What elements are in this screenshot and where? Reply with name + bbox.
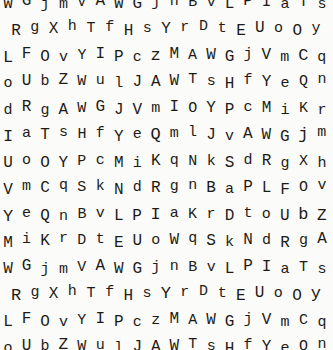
grid-letter: A	[151, 339, 161, 350]
grid-letter: g	[30, 285, 40, 300]
grid-letter: Y	[77, 313, 87, 328]
grid-letter: o	[261, 207, 271, 222]
grid-letter: Y	[3, 207, 13, 224]
grid-letter: j	[151, 260, 161, 275]
grid-letter: T	[86, 21, 96, 36]
grid-letter: M	[169, 311, 179, 327]
grid-letter: q	[188, 231, 198, 246]
grid-letter: A	[151, 74, 161, 90]
grid-letter: s	[317, 0, 327, 12]
grid-letter: h	[67, 19, 77, 34]
grid-letter: o	[21, 153, 31, 168]
grid-row-7: VmCqSkNdRgnBaPLFOv	[0, 175, 333, 202]
grid-letter: P	[114, 314, 124, 330]
grid-letter: D	[199, 19, 209, 34]
grid-letter: I	[3, 128, 13, 145]
grid-letter: A	[95, 0, 105, 9]
grid-letter: r	[206, 207, 216, 222]
letter-grid: WGjmVAWGjnBvLPIaTsRgXhTfHsYrDtEUoOyLFOvY…	[0, 0, 333, 350]
grid-letter: e	[280, 76, 290, 91]
grid-letter: i	[21, 232, 31, 247]
grid-letter: a	[22, 126, 32, 141]
grid-letter: m	[169, 126, 179, 141]
grid-letter: W	[169, 338, 179, 350]
grid-letter: e	[22, 206, 32, 221]
grid-letter: R	[151, 180, 161, 196]
grid-letter: Y	[77, 48, 87, 63]
grid-letter: I	[95, 311, 105, 327]
grid-letter: u	[95, 338, 105, 350]
grid-row-9: MiKrDtEUoWqSkNdRgA	[0, 228, 333, 255]
grid-letter: n	[169, 0, 179, 9]
grid-letter: K	[188, 207, 198, 222]
grid-letter: D	[77, 233, 87, 248]
grid-letter: o	[3, 76, 13, 91]
grid-letter: s	[142, 286, 152, 301]
grid-letter: I	[169, 99, 179, 115]
grid-letter: q	[58, 178, 68, 193]
grid-letter: o	[273, 286, 283, 301]
grid-letter: A	[95, 258, 105, 274]
grid-letter: M	[114, 155, 124, 171]
grid-letter: W	[3, 261, 13, 277]
grid-letter: Z	[58, 337, 68, 350]
grid-row-8: YeQnBvLPIaKrDtoUbZ	[0, 201, 333, 228]
grid-letter: M	[169, 46, 179, 62]
grid-letter: P	[243, 179, 253, 195]
grid-row-13: oUbZWulJAWTsHfYeQn	[0, 334, 333, 350]
grid-letter: Q	[299, 339, 309, 350]
grid-letter: T	[299, 0, 309, 10]
grid-letter: P	[225, 102, 235, 118]
grid-letter: G	[21, 258, 31, 274]
grid-letter: X	[49, 21, 59, 37]
grid-letter: l	[188, 125, 198, 140]
grid-letter: I	[262, 0, 272, 10]
grid-letter: o	[274, 21, 284, 36]
grid-letter: t	[95, 232, 105, 247]
grid-letter: b	[298, 206, 308, 223]
grid-letter: N	[188, 154, 198, 169]
grid-letter: G	[132, 0, 142, 12]
grid-letter: R	[280, 234, 290, 250]
grid-letter: r	[58, 231, 68, 246]
grid-letter: W	[206, 312, 216, 328]
grid-letter: E	[236, 287, 246, 303]
grid-row-5: IaTsHfYeQmlJvAWGjm	[0, 122, 333, 149]
grid-letter: q	[317, 315, 327, 330]
grid-letter: c	[95, 153, 105, 168]
grid-letter: E	[236, 22, 246, 38]
grid-letter: d	[243, 153, 253, 168]
grid-letter: A	[188, 48, 198, 63]
grid-letter: e	[280, 341, 290, 350]
grid-letter: O	[292, 287, 302, 303]
grid-letter: d	[262, 233, 272, 248]
grid-letter: Y	[58, 155, 68, 171]
grid-letter: v	[206, 260, 216, 275]
grid-letter: f	[105, 20, 115, 35]
grid-letter: W	[77, 339, 87, 350]
grid-letter: n	[188, 178, 198, 193]
grid-letter: z	[151, 313, 161, 328]
grid-letter: m	[151, 101, 161, 116]
grid-letter: h	[317, 156, 327, 171]
grid-letter: r	[180, 20, 190, 35]
grid-letter: c	[243, 100, 253, 115]
grid-letter: S	[225, 155, 235, 171]
grid-letter: W	[114, 261, 124, 277]
grid-letter: g	[280, 155, 290, 170]
grid-letter: q	[169, 153, 179, 168]
grid-letter: V	[261, 47, 271, 63]
grid-letter: I	[262, 259, 272, 275]
grid-letter: G	[280, 128, 290, 144]
grid-letter: b	[40, 339, 50, 350]
grid-letter: W	[114, 0, 124, 12]
grid-letter: B	[77, 207, 87, 222]
grid-letter: y	[311, 285, 321, 302]
grid-letter: G	[132, 261, 142, 277]
grid-letter: L	[225, 0, 235, 12]
grid-letter: T	[86, 286, 96, 301]
grid-letter: a	[225, 182, 235, 197]
grid-letter: k	[225, 235, 235, 250]
grid-letter: z	[151, 47, 161, 64]
grid-letter: I	[151, 206, 161, 223]
grid-letter: L	[225, 261, 235, 277]
grid-letter: L	[262, 180, 272, 196]
grid-letter: j	[151, 0, 161, 10]
grid-letter: j	[298, 126, 308, 143]
grid-letter: h	[67, 284, 77, 299]
grid-letter: C	[299, 313, 309, 328]
grid-letter: M	[3, 234, 13, 250]
grid-row-6: UoOYPcMiKqNkSdRgXh	[0, 148, 333, 175]
grid-letter: U	[21, 338, 31, 350]
grid-letter: R	[11, 22, 21, 38]
grid-letter: v	[58, 314, 68, 329]
grid-letter: S	[77, 180, 87, 195]
grid-letter: Q	[299, 74, 309, 89]
grid-letter: W	[77, 74, 87, 89]
grid-letter: O	[40, 49, 50, 65]
grid-letter: m	[58, 0, 68, 11]
grid-letter: K	[40, 233, 50, 249]
grid-row-4: dRgAWGJVmIOYPcMiKr	[0, 95, 333, 122]
grid-letter: H	[225, 340, 235, 350]
grid-letter: l	[114, 76, 124, 91]
grid-letter: m	[317, 125, 327, 140]
grid-letter: L	[3, 48, 13, 65]
grid-letter: m	[21, 179, 31, 194]
grid-letter: g	[299, 233, 309, 248]
grid-letter: k	[206, 154, 216, 169]
grid-letter: g	[40, 103, 50, 118]
grid-letter: o	[151, 233, 161, 248]
grid-letter: N	[243, 232, 253, 248]
grid-letter: b	[40, 74, 50, 89]
grid-letter: W	[206, 47, 216, 63]
grid-letter: Y	[161, 285, 171, 302]
grid-letter: j	[243, 312, 253, 327]
grid-row-1: RgXhTfHsYrDtEUoOy	[0, 16, 333, 43]
grid-letter: G	[95, 99, 105, 115]
grid-letter: D	[198, 284, 208, 299]
grid-letter: Y	[262, 74, 272, 90]
grid-letter: K	[299, 101, 309, 116]
grid-letter: n	[169, 259, 179, 274]
grid-letter: K	[151, 153, 161, 169]
grid-letter: G	[225, 314, 235, 330]
grid-letter: Y	[262, 339, 272, 350]
grid-letter: Q	[151, 126, 161, 143]
grid-letter: B	[188, 0, 198, 10]
grid-row-2: LFOvYIPczMAWGjVmCq	[0, 42, 333, 69]
grid-letter: D	[224, 208, 234, 224]
grid-letter: f	[105, 285, 115, 300]
grid-letter: s	[58, 125, 68, 140]
grid-letter: P	[243, 258, 253, 274]
grid-letter: v	[206, 0, 216, 10]
grid-letter: O	[40, 314, 50, 330]
grid-letter: V	[77, 260, 87, 275]
grid-letter: P	[77, 154, 87, 169]
grid-letter: F	[280, 181, 290, 197]
grid-letter: A	[58, 102, 68, 118]
grid-letter: O	[188, 101, 198, 116]
grid-letter: W	[261, 127, 271, 143]
grid-letter: v	[95, 206, 105, 221]
grid-letter: c	[132, 315, 142, 330]
grid-letter: H	[124, 22, 134, 38]
grid-letter: P	[243, 0, 253, 9]
grid-letter: X	[49, 286, 59, 302]
grid-letter: Y	[206, 100, 216, 116]
grid-row-11: RgXhTfHsYrDtEUoOy	[0, 281, 333, 308]
grid-letter: H	[123, 287, 133, 303]
grid-letter: Z	[317, 208, 327, 224]
grid-letter: u	[95, 73, 105, 88]
grid-letter: W	[169, 73, 179, 89]
grid-letter: s	[317, 262, 327, 277]
grid-letter: i	[132, 156, 142, 171]
grid-letter: E	[114, 234, 124, 250]
grid-letter: m	[58, 261, 68, 276]
grid-letter: f	[243, 73, 253, 88]
grid-letter: P	[114, 49, 124, 65]
grid-letter: n	[317, 72, 327, 87]
grid-letter: X	[299, 154, 309, 169]
grid-letter: o	[3, 341, 13, 350]
grid-letter: B	[188, 260, 198, 275]
grid-letter: g	[169, 179, 179, 194]
grid-letter: r	[180, 285, 190, 300]
grid-letter: e	[132, 127, 142, 142]
grid-row-0: WGjmVAWGjnBvLPIaTs	[0, 0, 333, 16]
grid-letter: n	[58, 208, 68, 223]
grid-letter: r	[317, 103, 327, 118]
grid-letter: T	[40, 127, 50, 143]
grid-letter: t	[217, 286, 227, 301]
grid-letter: q	[317, 50, 327, 65]
grid-letter: d	[132, 180, 142, 195]
grid-letter: L	[114, 208, 124, 224]
grid-letter: Y	[114, 128, 124, 144]
grid-letter: O	[292, 22, 302, 38]
grid-letter: V	[262, 312, 272, 328]
grid-letter: C	[298, 47, 308, 64]
grid-letter: t	[243, 206, 253, 221]
grid-row-12: LFOvYIPczMAWGjVmCq	[0, 307, 333, 334]
grid-letter: V	[77, 0, 87, 10]
grid-letter: U	[3, 155, 13, 171]
grid-letter: J	[114, 102, 124, 118]
grid-letter: g	[30, 20, 40, 35]
grid-letter: A	[188, 313, 198, 328]
grid-letter: U	[21, 73, 31, 89]
grid-letter: U	[255, 285, 265, 301]
grid-letter: M	[262, 100, 272, 116]
grid-letter: G	[224, 49, 234, 65]
grid-letter: Q	[40, 208, 50, 224]
grid-letter: W	[3, 0, 13, 12]
grid-row-10: WGjmVAWGjnBvLPIaTs	[0, 254, 333, 281]
grid-row-3: oUbZWulJAWTsHfYeQn	[0, 69, 333, 96]
grid-letter: a	[280, 261, 290, 276]
grid-letter: I	[95, 46, 105, 62]
grid-letter: O	[40, 155, 50, 171]
grid-letter: j	[40, 262, 50, 277]
grid-letter: T	[188, 337, 198, 350]
grid-letter: F	[21, 311, 31, 327]
grid-letter: j	[40, 0, 50, 12]
grid-letter: U	[255, 20, 265, 36]
grid-letter: R	[11, 287, 21, 304]
grid-letter: R	[262, 153, 272, 169]
grid-letter: i	[280, 102, 290, 117]
grid-letter: S	[206, 233, 216, 249]
grid-letter: B	[206, 180, 216, 196]
grid-letter: v	[317, 178, 327, 193]
puzzle-viewport: WGjmVAWGjnBvLPIaTsRgXhTfHsYrDtEUoOyLFOvY…	[0, 0, 333, 350]
grid-letter: d	[3, 102, 13, 117]
grid-letter: P	[132, 208, 142, 224]
grid-letter: y	[311, 21, 321, 36]
grid-letter: H	[77, 127, 87, 142]
grid-letter: T	[299, 260, 309, 275]
grid-letter: v	[58, 49, 68, 64]
grid-letter: t	[217, 21, 227, 36]
grid-letter: N	[114, 181, 124, 197]
grid-letter: f	[95, 126, 105, 141]
grid-letter: s	[206, 339, 216, 350]
grid-letter: s	[142, 21, 152, 36]
grid-letter: k	[95, 179, 105, 194]
grid-letter: Z	[58, 72, 68, 88]
grid-letter: L	[3, 314, 13, 330]
grid-letter: V	[132, 102, 142, 118]
grid-letter: l	[114, 341, 124, 350]
grid-letter: A	[317, 231, 327, 247]
grid-letter: U	[280, 208, 290, 224]
grid-letter: T	[188, 72, 198, 87]
grid-letter: H	[225, 75, 235, 91]
grid-letter: c	[132, 50, 142, 65]
grid-letter: U	[132, 233, 142, 249]
grid-letter: J	[132, 74, 142, 90]
grid-letter: a	[280, 0, 290, 11]
grid-letter: A	[243, 126, 253, 142]
grid-letter: W	[77, 101, 87, 116]
grid-letter: R	[21, 99, 31, 115]
grid-letter: F	[22, 46, 32, 62]
grid-letter: v	[224, 129, 234, 144]
grid-letter: C	[40, 180, 50, 196]
grid-letter: G	[21, 0, 31, 9]
grid-letter: O	[299, 180, 309, 195]
grid-letter: n	[317, 337, 327, 350]
grid-letter: s	[206, 74, 216, 89]
grid-letter: W	[169, 232, 179, 248]
grid-letter: J	[206, 127, 216, 143]
grid-letter: j	[243, 47, 253, 62]
grid-letter: J	[132, 339, 142, 350]
grid-letter: m	[280, 314, 290, 329]
grid-letter: f	[243, 338, 253, 350]
grid-letter: a	[169, 206, 179, 221]
grid-letter: Y	[161, 21, 171, 37]
grid-letter: m	[280, 49, 290, 64]
grid-letter: V	[3, 181, 13, 197]
